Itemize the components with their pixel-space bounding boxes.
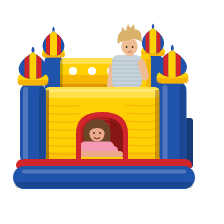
base-tube: [13, 166, 195, 189]
doorway: [76, 112, 128, 164]
tower-front-left-dome-yellow: [30, 51, 37, 80]
boy-eye-right: [132, 46, 134, 48]
back-wall-left-seam: [60, 58, 63, 92]
base-tube-shadow: [15, 182, 193, 188]
front-wall-top-tube: [44, 87, 160, 98]
tower-front-right-column-shade: [180, 85, 186, 161]
girl-eye-left: [93, 132, 95, 134]
girl-eye-right: [99, 132, 101, 134]
front-wall-top-highlight: [47, 89, 157, 92]
tower-front-right-collar-shade: [157, 78, 189, 84]
tower-front-left-collar-shade: [18, 80, 49, 86]
bounce-castle-photo: [0, 0, 224, 224]
tower-front-right-dome-yellow: [168, 49, 176, 78]
boy-eye-left: [126, 46, 128, 48]
boy-shirt: [112, 55, 142, 88]
tower-front-left-column-highlight: [23, 87, 28, 161]
porthole: [88, 67, 96, 75]
tower-front-left: [16, 47, 51, 174]
tower-back-left-column: [45, 55, 63, 92]
porthole: [69, 67, 77, 75]
tower-back-right-dome-yellow: [150, 27, 157, 55]
boy-shirt-stripes: [112, 61, 142, 85]
tower-back-left-dome-yellow: [50, 30, 57, 57]
base-tube-highlight: [22, 170, 186, 174]
boy-right-hand: [142, 74, 149, 81]
tower-front-right-column-highlight: [163, 85, 168, 161]
tower-front-left-column-shade: [39, 87, 45, 161]
